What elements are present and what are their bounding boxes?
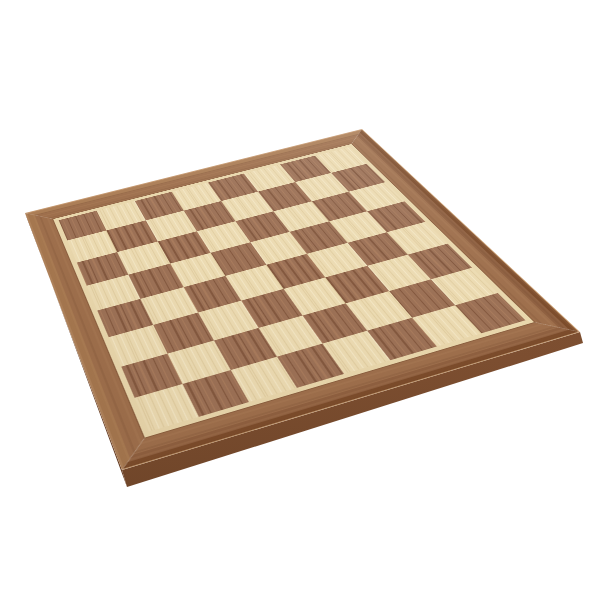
photo-background — [0, 0, 600, 600]
